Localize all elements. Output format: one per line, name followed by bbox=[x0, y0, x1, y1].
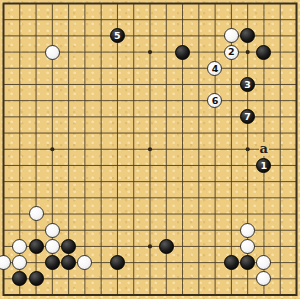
black-stone-move-1: 1 bbox=[256, 158, 271, 173]
white-stone bbox=[240, 239, 255, 254]
black-stone bbox=[61, 255, 76, 270]
black-stone bbox=[61, 239, 76, 254]
black-stone-move-3: 3 bbox=[240, 77, 255, 92]
black-stone bbox=[12, 271, 27, 286]
black-stone-move-5: 5 bbox=[110, 28, 125, 43]
white-stone bbox=[29, 206, 44, 221]
white-stone bbox=[45, 45, 60, 60]
diagram-stage: 5243671a bbox=[0, 0, 300, 299]
black-stone bbox=[29, 239, 44, 254]
white-stone bbox=[240, 223, 255, 238]
white-stone bbox=[12, 239, 27, 254]
black-stone bbox=[175, 45, 190, 60]
white-stone-move-4: 4 bbox=[207, 61, 222, 76]
go-board: 5243671a bbox=[0, 0, 300, 299]
black-stone bbox=[240, 255, 255, 270]
white-stone bbox=[45, 239, 60, 254]
white-stone bbox=[0, 255, 11, 270]
black-stone bbox=[159, 239, 174, 254]
white-stone bbox=[256, 255, 271, 270]
black-stone bbox=[45, 255, 60, 270]
white-stone-move-6: 6 bbox=[207, 93, 222, 108]
black-stone bbox=[224, 255, 239, 270]
point-label-a: a bbox=[259, 142, 269, 156]
black-stone bbox=[256, 45, 271, 60]
white-stone-move-2: 2 bbox=[224, 45, 239, 60]
black-stone bbox=[240, 28, 255, 43]
white-stone bbox=[45, 223, 60, 238]
black-stone-move-7: 7 bbox=[240, 109, 255, 124]
stones-grid: 5243671a bbox=[0, 0, 300, 299]
black-stone bbox=[29, 271, 44, 286]
white-stone bbox=[77, 255, 92, 270]
white-stone bbox=[256, 271, 271, 286]
white-stone bbox=[224, 28, 239, 43]
white-stone bbox=[12, 255, 27, 270]
black-stone bbox=[110, 255, 125, 270]
